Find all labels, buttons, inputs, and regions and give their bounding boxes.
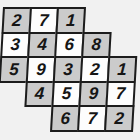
- cell-r2c2[interactable]: 3: [53, 56, 83, 83]
- cell-r4c2[interactable]: 6: [50, 105, 80, 132]
- cell-r3c1[interactable]: 4: [24, 81, 54, 108]
- cell-r1c0[interactable]: 3: [0, 32, 30, 59]
- cell-r2c1[interactable]: 9: [26, 56, 56, 83]
- cell-r3c3[interactable]: 9: [78, 81, 108, 108]
- cell-r0c1[interactable]: 7: [29, 7, 59, 34]
- cell-r1c2[interactable]: 6: [54, 32, 84, 59]
- page-background: 2713468593214597672: [0, 0, 140, 140]
- cell-r0c0[interactable]: 2: [2, 7, 32, 34]
- cell-r3c2[interactable]: 5: [51, 81, 81, 108]
- cell-r3c4[interactable]: 7: [105, 81, 135, 108]
- cell-r1c3[interactable]: 8: [81, 32, 111, 59]
- cell-r1c1[interactable]: 4: [27, 32, 57, 59]
- cell-r4c3[interactable]: 7: [77, 105, 107, 132]
- puzzle-board: 2713468593214597672: [0, 7, 140, 132]
- cell-r2c4[interactable]: 1: [107, 56, 137, 83]
- cell-r2c0[interactable]: 5: [0, 56, 29, 83]
- cell-r2c3[interactable]: 2: [80, 56, 110, 83]
- cell-r4c4[interactable]: 2: [104, 105, 134, 132]
- cell-r0c2[interactable]: 1: [56, 7, 86, 34]
